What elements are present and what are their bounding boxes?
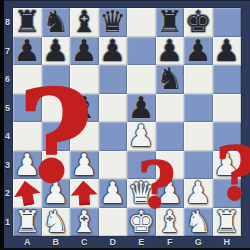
piece-black-bishop: ♝ bbox=[71, 94, 98, 123]
rank-label-7: 7 bbox=[2, 37, 13, 66]
piece-black-pawn: ♟ bbox=[185, 37, 212, 66]
square-g8[interactable]: ♚ bbox=[184, 8, 213, 37]
file-label-b: B bbox=[42, 235, 71, 249]
square-a6[interactable] bbox=[13, 65, 42, 94]
piece-white-pawn: ♟ bbox=[185, 179, 212, 208]
piece-white-king: ♚ bbox=[128, 208, 155, 237]
square-d6[interactable] bbox=[99, 65, 128, 94]
square-d5[interactable] bbox=[99, 94, 128, 123]
rank-label-3: 3 bbox=[2, 151, 13, 180]
piece-white-knight: ♞ bbox=[185, 208, 212, 237]
square-e8[interactable] bbox=[127, 8, 156, 37]
square-c5[interactable]: ♝ bbox=[70, 94, 99, 123]
square-a8[interactable]: ♜ bbox=[13, 8, 42, 37]
square-h2[interactable] bbox=[213, 179, 242, 208]
piece-white-queen: ♛ bbox=[128, 179, 155, 208]
rank-label-6: 6 bbox=[2, 65, 13, 94]
piece-black-knight: ♞ bbox=[42, 8, 69, 37]
square-c6[interactable] bbox=[70, 65, 99, 94]
square-h1[interactable]: ♜ bbox=[213, 208, 242, 237]
rank-label-4: 4 bbox=[2, 122, 13, 151]
square-h5[interactable] bbox=[213, 94, 242, 123]
piece-black-king: ♚ bbox=[185, 8, 212, 37]
file-label-c: C bbox=[70, 235, 99, 249]
square-f1[interactable]: ♝ bbox=[156, 208, 185, 237]
square-c7[interactable]: ♟ bbox=[70, 37, 99, 66]
piece-black-rook: ♜ bbox=[14, 8, 41, 37]
piece-white-rook: ♜ bbox=[213, 208, 240, 237]
square-e4[interactable]: ♟ bbox=[127, 122, 156, 151]
square-d2[interactable]: ♟ bbox=[99, 179, 128, 208]
square-h6[interactable] bbox=[213, 65, 242, 94]
square-g3[interactable] bbox=[184, 151, 213, 180]
rank-label-2: 2 bbox=[2, 179, 13, 208]
square-g6[interactable] bbox=[184, 65, 213, 94]
square-b4[interactable] bbox=[42, 122, 71, 151]
piece-white-pawn: ♟ bbox=[128, 122, 155, 151]
rank-label-8: 8 bbox=[2, 8, 13, 37]
square-e3[interactable] bbox=[127, 151, 156, 180]
square-a1[interactable]: ♜ bbox=[13, 208, 42, 237]
piece-white-pawn: ♟ bbox=[42, 179, 69, 208]
square-f5[interactable] bbox=[156, 94, 185, 123]
square-b3[interactable] bbox=[42, 151, 71, 180]
square-c8[interactable]: ♝ bbox=[70, 8, 99, 37]
piece-white-pawn: ♟ bbox=[14, 151, 41, 180]
square-e6[interactable] bbox=[127, 65, 156, 94]
rank-label-5: 5 bbox=[2, 94, 13, 123]
square-c1[interactable]: ♝ bbox=[70, 208, 99, 237]
window-edge-top bbox=[0, 0, 250, 1]
square-a4[interactable] bbox=[13, 122, 42, 151]
square-a5[interactable] bbox=[13, 94, 42, 123]
square-d1[interactable] bbox=[99, 208, 128, 237]
square-f4[interactable] bbox=[156, 122, 185, 151]
square-b5[interactable] bbox=[42, 94, 71, 123]
file-label-f: F bbox=[156, 235, 185, 249]
piece-white-pawn: ♟ bbox=[156, 179, 183, 208]
square-h4[interactable] bbox=[213, 122, 242, 151]
square-e7[interactable] bbox=[127, 37, 156, 66]
square-b1[interactable]: ♞ bbox=[42, 208, 71, 237]
square-h8[interactable] bbox=[213, 8, 242, 37]
square-g7[interactable]: ♟ bbox=[184, 37, 213, 66]
piece-white-pawn: ♟ bbox=[99, 179, 126, 208]
piece-black-pawn: ♟ bbox=[71, 37, 98, 66]
square-b6[interactable] bbox=[42, 65, 71, 94]
piece-black-pawn: ♟ bbox=[14, 37, 41, 66]
square-b7[interactable]: ♟ bbox=[42, 37, 71, 66]
piece-black-bishop: ♝ bbox=[71, 8, 98, 37]
square-f2[interactable]: ♟ bbox=[156, 179, 185, 208]
square-g4[interactable] bbox=[184, 122, 213, 151]
piece-black-pawn: ♟ bbox=[213, 37, 240, 66]
square-f3[interactable] bbox=[156, 151, 185, 180]
square-b8[interactable]: ♞ bbox=[42, 8, 71, 37]
chess-app-window: 87654321 ABCDEFGH ♜♞♝♛♜♚♟♟♟♟♟♟♟♞♝♟♟♟♟♟♟♟… bbox=[0, 0, 250, 250]
square-f6[interactable]: ♞ bbox=[156, 65, 185, 94]
square-g2[interactable]: ♟ bbox=[184, 179, 213, 208]
piece-white-pawn: ♟ bbox=[71, 151, 98, 180]
square-a3[interactable]: ♟ bbox=[13, 151, 42, 180]
file-label-g: G bbox=[184, 235, 213, 249]
file-label-h: H bbox=[213, 235, 242, 249]
square-a2[interactable] bbox=[13, 179, 42, 208]
square-d4[interactable] bbox=[99, 122, 128, 151]
square-d8[interactable]: ♛ bbox=[99, 8, 128, 37]
square-g1[interactable]: ♞ bbox=[184, 208, 213, 237]
rank-label-1: 1 bbox=[2, 208, 13, 237]
piece-black-rook: ♜ bbox=[156, 8, 183, 37]
chess-board[interactable]: ♜♞♝♛♜♚♟♟♟♟♟♟♟♞♝♟♟♟♟♟♟♟♛♟♟♜♞♝♚♝♞♜ bbox=[13, 8, 241, 236]
piece-white-pawn: ♟ bbox=[213, 151, 240, 180]
piece-white-rook: ♜ bbox=[14, 208, 41, 237]
piece-black-pawn: ♟ bbox=[99, 37, 126, 66]
square-e5[interactable]: ♟ bbox=[127, 94, 156, 123]
square-d3[interactable] bbox=[99, 151, 128, 180]
square-e2[interactable]: ♛ bbox=[127, 179, 156, 208]
piece-white-bishop: ♝ bbox=[71, 208, 98, 237]
piece-black-queen: ♛ bbox=[99, 8, 126, 37]
piece-white-knight: ♞ bbox=[42, 208, 69, 237]
square-e1[interactable]: ♚ bbox=[127, 208, 156, 237]
piece-white-bishop: ♝ bbox=[156, 208, 183, 237]
square-c3[interactable]: ♟ bbox=[70, 151, 99, 180]
piece-black-pawn: ♟ bbox=[128, 94, 155, 123]
file-label-e: E bbox=[127, 235, 156, 249]
square-g5[interactable] bbox=[184, 94, 213, 123]
square-a7[interactable]: ♟ bbox=[13, 37, 42, 66]
square-c4[interactable] bbox=[70, 122, 99, 151]
square-b2[interactable]: ♟ bbox=[42, 179, 71, 208]
square-h3[interactable]: ♟ bbox=[213, 151, 242, 180]
file-label-a: A bbox=[13, 235, 42, 249]
piece-black-pawn: ♟ bbox=[42, 37, 69, 66]
square-d7[interactable]: ♟ bbox=[99, 37, 128, 66]
piece-black-knight: ♞ bbox=[156, 65, 183, 94]
square-f8[interactable]: ♜ bbox=[156, 8, 185, 37]
square-c2[interactable] bbox=[70, 179, 99, 208]
piece-black-pawn: ♟ bbox=[156, 37, 183, 66]
square-f7[interactable]: ♟ bbox=[156, 37, 185, 66]
square-h7[interactable]: ♟ bbox=[213, 37, 242, 66]
file-label-d: D bbox=[99, 235, 128, 249]
